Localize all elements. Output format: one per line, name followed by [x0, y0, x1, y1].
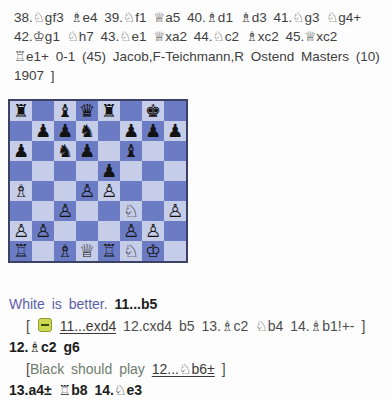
square-b1 [32, 241, 54, 261]
square-f5 [120, 161, 142, 181]
citation-line[interactable]: 38.♘gf3 ♗e4 39.♘f1 ♕a5 40.♗d1 ♗d3 41.♘g3… [14, 8, 388, 27]
square-f3: ♘ [120, 201, 142, 221]
square-d8: ♛ [76, 101, 98, 121]
square-d1: ♕ [76, 241, 98, 261]
square-e5: ♟ [98, 161, 120, 181]
black-rook: ♜ [10, 101, 32, 121]
square-f7: ♟ [120, 121, 142, 141]
white-pawn: ♙ [164, 201, 186, 221]
variation-link[interactable]: 11...exd4 [60, 318, 117, 334]
square-d5 [76, 161, 98, 181]
white-bishop: ♗ [54, 241, 76, 261]
citation-line[interactable]: 1907 ] [14, 66, 388, 85]
square-b6 [32, 141, 54, 161]
square-b7: ♟ [32, 121, 54, 141]
spacer [53, 318, 60, 334]
game-citation: 38.♘gf3 ♗e4 39.♘f1 ♕a5 40.♗d1 ♗d3 41.♘g3… [14, 8, 388, 85]
white-queen: ♕ [76, 241, 98, 261]
square-a5 [10, 161, 32, 181]
square-h6 [164, 141, 186, 161]
white-pawn: ♙ [142, 221, 164, 241]
white-bishop: ♗ [10, 181, 32, 201]
black-pawn: ♟ [98, 161, 120, 181]
black-pawn: ♟ [164, 121, 186, 141]
square-f6: ♝ [120, 141, 142, 161]
white-knight: ♘ [120, 241, 142, 261]
black-pawn: ♟ [76, 141, 98, 161]
evaluation-comment: White is better. [9, 296, 114, 312]
square-c6: ♞ [54, 141, 76, 161]
variation-link[interactable]: 12...♘b6± [152, 361, 215, 377]
black-pawn: ♟ [10, 141, 32, 161]
square-f4 [120, 181, 142, 201]
square-d6: ♟ [76, 141, 98, 161]
square-g5 [142, 161, 164, 181]
square-e2 [98, 221, 120, 241]
white-pawn: ♙ [32, 221, 54, 241]
black-rook: ♜ [98, 101, 120, 121]
square-h8 [164, 101, 186, 121]
notation-line: White is better. 11...b5 [9, 294, 390, 316]
square-f2: ♙ [120, 221, 142, 241]
square-h3: ♙ [164, 201, 186, 221]
black-pawn: ♟ [142, 121, 164, 141]
white-pawn: ♙ [54, 201, 76, 221]
square-d4: ♙ [76, 181, 98, 201]
citation-line[interactable]: 42.♔g1 ♘h7 43.♘e1 ♕xa2 44.♘c2 ♗xc2 45.♕x… [14, 27, 388, 46]
black-king: ♚ [142, 101, 164, 121]
square-e1: ♖ [98, 241, 120, 261]
square-g4 [142, 181, 164, 201]
notation-line: 13.a4± ♖b8 14.♘e3 [9, 380, 390, 400]
square-g6 [142, 141, 164, 161]
white-pawn: ♙ [98, 181, 120, 201]
main-move[interactable]: 12.♗c2 g6 [9, 339, 80, 355]
square-a1: ♖ [10, 241, 32, 261]
square-g1: ♔ [142, 241, 164, 261]
square-c2 [54, 221, 76, 241]
chess-board[interactable]: ♜♝♛♜♚♟♟♞♟♟♟♟♞♟♝♟♗♙♙♙♘♙♙♙♙♙♖♗♕♖♘♔ [8, 99, 188, 263]
square-d3 [76, 201, 98, 221]
square-b3 [32, 201, 54, 221]
square-h5 [164, 161, 186, 181]
square-e8: ♜ [98, 101, 120, 121]
square-f8 [120, 101, 142, 121]
black-queen: ♛ [76, 101, 98, 121]
square-h4 [164, 181, 186, 201]
notation-line: 12.♗c2 g6 [9, 337, 390, 359]
square-e3 [98, 201, 120, 221]
white-knight: ♘ [120, 201, 142, 221]
square-h1 [164, 241, 186, 261]
black-knight: ♞ [54, 141, 76, 161]
square-g2: ♙ [142, 221, 164, 241]
black-pawn: ♟ [120, 121, 142, 141]
square-a8: ♜ [10, 101, 32, 121]
white-rook: ♖ [10, 241, 32, 261]
black-bishop: ♝ [120, 141, 142, 161]
notation-line: [Black should play 12...♘b6± ] [9, 359, 390, 381]
square-b4 [32, 181, 54, 201]
square-a7 [10, 121, 32, 141]
square-b5 [32, 161, 54, 181]
square-a6: ♟ [10, 141, 32, 161]
square-e4: ♙ [98, 181, 120, 201]
square-a2: ♙ [10, 221, 32, 241]
square-e7 [98, 121, 120, 141]
square-c5 [54, 161, 76, 181]
white-king: ♔ [142, 241, 164, 261]
square-c7: ♟ [54, 121, 76, 141]
square-h7: ♟ [164, 121, 186, 141]
white-rook: ♖ [98, 241, 120, 261]
square-b8 [32, 101, 54, 121]
black-pawn: ♟ [54, 121, 76, 141]
square-g3 [142, 201, 164, 221]
main-move[interactable]: 11...b5 [114, 296, 157, 312]
variation-moves: 12.cxd4 b5 13.♗c2 ♘b4 14.♗b1!+- ] [116, 318, 365, 334]
main-move[interactable]: 13.a4± ♖b8 14.♘e3 [9, 382, 142, 398]
square-e6 [98, 141, 120, 161]
square-a4: ♗ [10, 181, 32, 201]
square-h2 [164, 221, 186, 241]
notation-line: [ 11...exd4 12.cxd4 b5 13.♗c2 ♘b4 14.♗b1… [9, 316, 390, 338]
square-d7: ♞ [76, 121, 98, 141]
white-pawn: ♙ [76, 181, 98, 201]
citation-line[interactable]: ♖e1+ 0-1 (45) Jacob,F-Teichmann,R Ostend… [14, 47, 388, 66]
analysis-text: White is better. 11...b5[ 11...exd4 12.c… [9, 294, 390, 400]
square-c3: ♙ [54, 201, 76, 221]
black-bishop: ♝ [54, 101, 76, 121]
white-pawn: ♙ [10, 221, 32, 241]
square-g8: ♚ [142, 101, 164, 121]
square-g7: ♟ [142, 121, 164, 141]
bracket-open: [ [26, 318, 37, 334]
square-a3 [10, 201, 32, 221]
square-b2: ♙ [32, 221, 54, 241]
black-pawn: ♟ [32, 121, 54, 141]
square-c4 [54, 181, 76, 201]
square-d2 [76, 221, 98, 241]
advice-comment: Black should play [30, 361, 152, 377]
white-pawn: ♙ [120, 221, 142, 241]
bracket-close: ] [215, 361, 226, 377]
assessment-badge-icon[interactable] [38, 318, 52, 332]
square-c8: ♝ [54, 101, 76, 121]
square-f1: ♘ [120, 241, 142, 261]
black-knight: ♞ [76, 121, 98, 141]
minus-dash [41, 324, 49, 326]
square-c1: ♗ [54, 241, 76, 261]
